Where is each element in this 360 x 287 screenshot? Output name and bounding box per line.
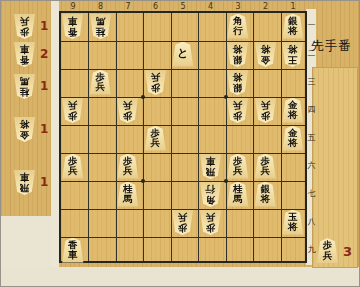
piece-kanji: 金: [20, 130, 30, 141]
board-square-49[interactable]: [197, 235, 225, 263]
board-square-28[interactable]: [252, 207, 280, 235]
file-label-9: 9: [60, 2, 87, 11]
board-square-54[interactable]: [169, 95, 197, 123]
board-square-51[interactable]: [169, 11, 197, 39]
piece-kanji: 将: [20, 119, 30, 130]
rank-label-2: 二: [307, 48, 316, 59]
board-square-92[interactable]: [59, 39, 87, 67]
piece-kanji: と: [177, 48, 188, 60]
piece-kanji: 金: [261, 54, 271, 65]
piece-kanji: 角: [206, 194, 216, 205]
file-label-4: 4: [197, 2, 224, 11]
board-square-87[interactable]: [87, 179, 115, 207]
piece-kanji: 将: [233, 72, 243, 83]
piece-kanji: 将: [288, 26, 298, 37]
board-square-64[interactable]: [142, 95, 170, 123]
board-square-19[interactable]: [279, 235, 307, 263]
piece-kanji: 将: [288, 110, 298, 121]
board-square-41[interactable]: [197, 11, 225, 39]
board-square-53[interactable]: [169, 67, 197, 95]
board-square-57[interactable]: [169, 179, 197, 207]
piece-kanji: 歩: [261, 110, 271, 121]
board-square-23[interactable]: [252, 67, 280, 95]
piece-kanji: 兵: [206, 212, 216, 223]
file-label-1: 1: [280, 2, 307, 11]
gote-hand-count-3: 1: [40, 79, 48, 93]
board-square-29[interactable]: [252, 235, 280, 263]
piece-kanji: 将: [288, 222, 298, 233]
piece-kanji: 飛: [20, 183, 30, 194]
piece-kanji: 行: [206, 184, 216, 195]
piece-kanji: 香: [68, 26, 78, 37]
rank-label-1: 一: [307, 20, 316, 31]
board-square-78[interactable]: [114, 207, 142, 235]
gote-hand-count-5: 1: [40, 175, 48, 189]
board-square-82[interactable]: [87, 39, 115, 67]
board-square-16[interactable]: [279, 151, 307, 179]
piece-kanji: 兵: [20, 16, 30, 27]
rank-label-5: 五: [307, 132, 316, 143]
board-square-75[interactable]: [114, 123, 142, 151]
piece-kanji: 兵: [178, 212, 188, 223]
sente-hand-count-1: 3: [343, 244, 352, 259]
board-square-86[interactable]: [87, 151, 115, 179]
file-label-5: 5: [170, 2, 197, 11]
board-square-61[interactable]: [142, 11, 170, 39]
background-area-bottom: [1, 267, 360, 287]
piece-kanji: 車: [68, 16, 78, 27]
board-square-17[interactable]: [279, 179, 307, 207]
gote-hand-count-2: 2: [40, 47, 48, 61]
piece-kanji: 将: [261, 44, 271, 55]
piece-kanji: 馬: [96, 16, 106, 27]
piece-kanji: 車: [68, 250, 78, 261]
board-square-68[interactable]: [142, 207, 170, 235]
piece-kanji: 兵: [68, 166, 78, 177]
rank-label-3: 三: [307, 76, 316, 87]
board-square-73[interactable]: [114, 67, 142, 95]
board-square-38[interactable]: [224, 207, 252, 235]
piece-kanji: 将: [288, 138, 298, 149]
piece-kanji: 歩: [123, 110, 133, 121]
board-square-21[interactable]: [252, 11, 280, 39]
board-square-71[interactable]: [114, 11, 142, 39]
board-square-39[interactable]: [224, 235, 252, 263]
board-square-89[interactable]: [87, 235, 115, 263]
board-square-13[interactable]: [279, 67, 307, 95]
board-square-66[interactable]: [142, 151, 170, 179]
file-label-6: 6: [142, 2, 169, 11]
piece-kanji: 将: [233, 44, 243, 55]
piece-kanji: 兵: [68, 100, 78, 111]
piece-kanji: 兵: [261, 166, 271, 177]
piece-kanji: 歩: [151, 82, 161, 93]
piece-kanji: 歩: [323, 240, 333, 251]
board-square-42[interactable]: [197, 39, 225, 67]
piece-kanji: 歩: [233, 110, 243, 121]
shogi-app-window: 先手番 987654321 一二三四五六七八九 香車桂馬角行銀将と銀将金将王将歩…: [0, 0, 360, 287]
piece-kanji: 歩: [68, 110, 78, 121]
board-square-59[interactable]: [169, 235, 197, 263]
board-square-69[interactable]: [142, 235, 170, 263]
board-square-35[interactable]: [224, 123, 252, 151]
rank-label-8: 八: [307, 216, 316, 227]
piece-kanji: 兵: [233, 100, 243, 111]
board-square-84[interactable]: [87, 95, 115, 123]
board-square-72[interactable]: [114, 39, 142, 67]
board-square-85[interactable]: [87, 123, 115, 151]
piece-kanji: 桂: [20, 87, 30, 98]
piece-kanji: 兵: [323, 251, 333, 262]
board-square-62[interactable]: [142, 39, 170, 67]
rank-label-7: 七: [307, 188, 316, 199]
board-square-97[interactable]: [59, 179, 87, 207]
file-label-2: 2: [252, 2, 279, 11]
piece-kanji: 兵: [123, 166, 133, 177]
piece-kanji: 兵: [123, 100, 133, 111]
file-label-8: 8: [87, 2, 114, 11]
piece-kanji: 車: [20, 44, 30, 55]
gote-hand-count-1: 1: [40, 19, 48, 33]
board-square-55[interactable]: [169, 123, 197, 151]
piece-kanji: 銀: [233, 54, 243, 65]
piece-kanji: 馬: [123, 194, 133, 205]
piece-kanji: 兵: [151, 138, 161, 149]
piece-kanji: 兵: [96, 82, 106, 93]
piece-kanji: 馬: [233, 194, 243, 205]
piece-kanji: 香: [20, 55, 30, 66]
piece-kanji: 行: [233, 26, 243, 37]
board-square-43[interactable]: [197, 67, 225, 95]
turn-indicator: 先手番: [311, 38, 360, 55]
piece-kanji: 王: [288, 54, 298, 65]
file-label-7: 7: [115, 2, 142, 11]
piece-kanji: 歩: [178, 222, 188, 233]
piece-kanji: 兵: [151, 72, 161, 83]
piece-kanji: 桂: [96, 26, 106, 37]
piece-kanji: 兵: [233, 166, 243, 177]
piece-kanji: 馬: [20, 76, 30, 87]
file-label-3: 3: [225, 2, 252, 11]
sente-hand-tray[interactable]: [312, 67, 358, 268]
rank-label-9: 九: [307, 244, 316, 255]
piece-kanji: 飛: [206, 166, 216, 177]
piece-kanji: 銀: [233, 82, 243, 93]
board-square-45[interactable]: [197, 123, 225, 151]
piece-kanji: 将: [261, 194, 271, 205]
piece-kanji: 兵: [261, 100, 271, 111]
board-square-56[interactable]: [169, 151, 197, 179]
piece-kanji: 車: [20, 172, 30, 183]
board-square-79[interactable]: [114, 235, 142, 263]
board-square-93[interactable]: [59, 67, 87, 95]
rank-label-6: 六: [307, 160, 316, 171]
board-square-98[interactable]: [59, 207, 87, 235]
board-square-44[interactable]: [197, 95, 225, 123]
piece-kanji: 将: [288, 44, 298, 55]
tray-board-separator: [51, 1, 59, 267]
piece-kanji: 歩: [206, 222, 216, 233]
board-square-88[interactable]: [87, 207, 115, 235]
gote-hand-count-4: 1: [40, 122, 48, 136]
board-square-25[interactable]: [252, 123, 280, 151]
piece-kanji: 車: [206, 156, 216, 167]
board-square-67[interactable]: [142, 179, 170, 207]
rank-label-4: 四: [307, 104, 316, 115]
piece-kanji: 歩: [20, 27, 30, 38]
board-square-95[interactable]: [59, 123, 87, 151]
